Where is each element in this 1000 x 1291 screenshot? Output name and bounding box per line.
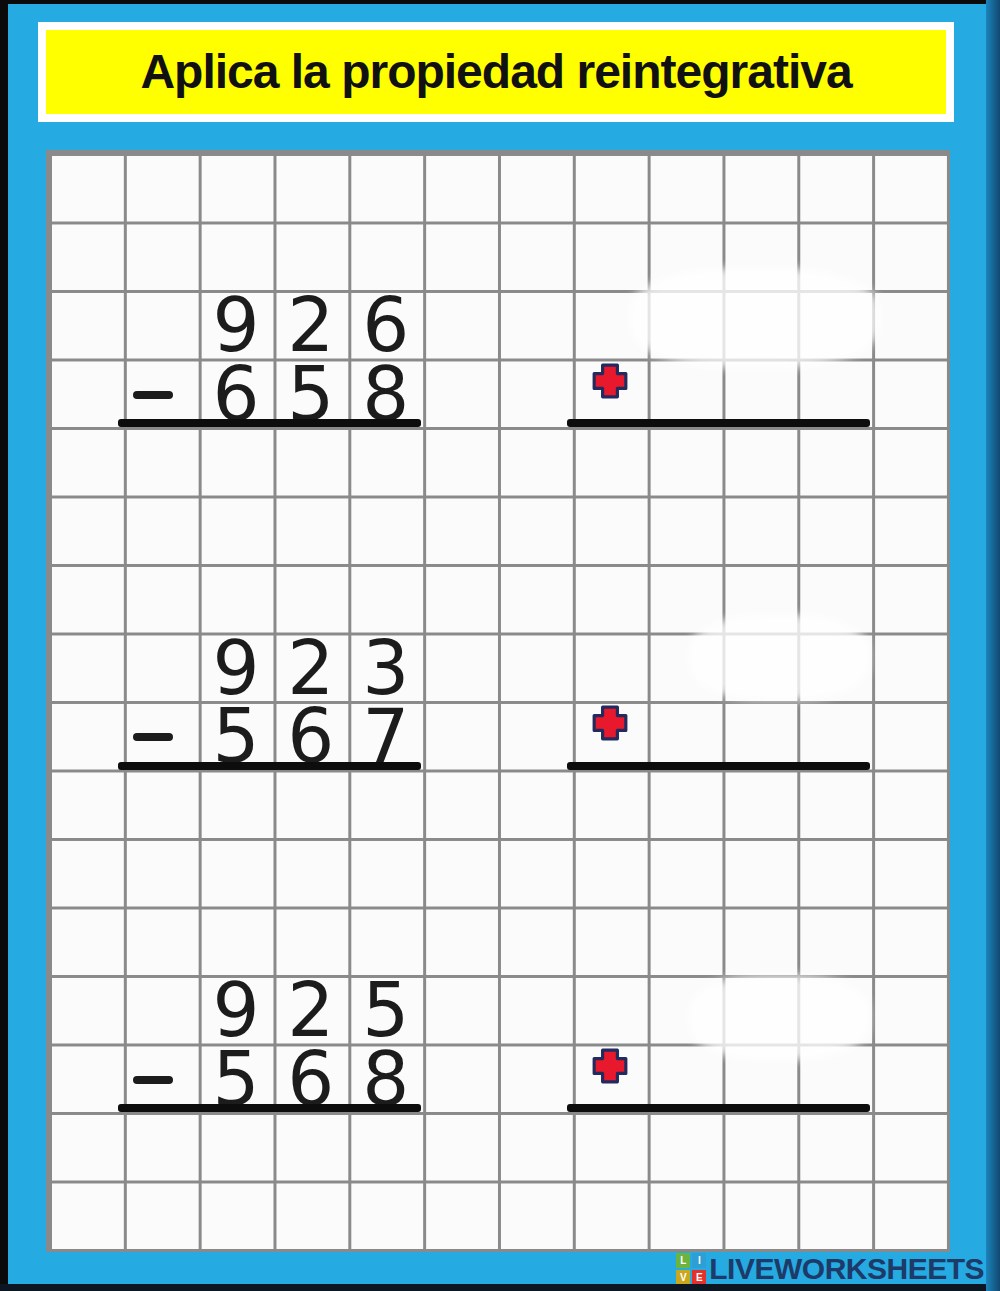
digit-cell: 5: [199, 702, 274, 771]
digit-cell: 6: [274, 702, 349, 771]
title-banner-inner: Aplica la propiedad reintegrativa: [46, 30, 946, 114]
logo-square-I: I: [692, 1253, 706, 1268]
digit-cell: 2: [274, 634, 349, 703]
digit-cell: 8: [348, 360, 423, 429]
digit-cell: 5: [348, 976, 423, 1045]
answer-rule-result[interactable]: [118, 762, 421, 770]
answer-rule-result[interactable]: [118, 1104, 421, 1112]
digit-cell: 9: [199, 291, 274, 360]
logo-square-V: V: [676, 1270, 690, 1285]
minus-sign: [124, 359, 199, 428]
brand-text: LIVEWORKSHEETS: [709, 1254, 984, 1284]
digit-cell: 6: [199, 360, 274, 429]
digit-cell: 9: [199, 976, 274, 1045]
digit-cell: 2: [274, 291, 349, 360]
digit-cell: 5: [199, 1045, 274, 1114]
digit-cell: 8: [348, 1045, 423, 1114]
digit-cell: 9: [199, 634, 274, 703]
page-edge: [986, 0, 1000, 1291]
page-title: Aplica la propiedad reintegrativa: [140, 48, 851, 96]
plus-icon: [573, 1044, 648, 1113]
digit-cell: 6: [348, 291, 423, 360]
page-edge: [0, 0, 1000, 4]
liveworksheets-logo-icon: LIVE: [676, 1253, 706, 1285]
logo-square-L: L: [676, 1253, 690, 1268]
page-edge: [0, 1284, 1000, 1291]
minus-sign: [124, 1044, 199, 1113]
page-edge: [0, 0, 8, 1291]
plus-icon: [573, 359, 648, 428]
answer-rule-result[interactable]: [118, 419, 421, 427]
digit-cell: 6: [274, 1045, 349, 1114]
worksheet-page: Aplica la propiedad reintegrativa 926658…: [0, 0, 1000, 1291]
grid-overlay: 926658 923567 925568: [49, 153, 947, 1249]
plus-icon: [573, 701, 648, 770]
footer-brand: LIVE LIVEWORKSHEETS: [676, 1252, 984, 1286]
digit-cell: 7: [348, 702, 423, 771]
title-banner: Aplica la propiedad reintegrativa: [38, 22, 954, 122]
digit-cell: 3: [348, 634, 423, 703]
digit-cell: 2: [274, 976, 349, 1045]
minus-sign: [124, 701, 199, 770]
logo-square-E: E: [692, 1270, 706, 1285]
digit-cell: 5: [274, 360, 349, 429]
grid-paper: 926658 923567 925568: [46, 150, 950, 1252]
